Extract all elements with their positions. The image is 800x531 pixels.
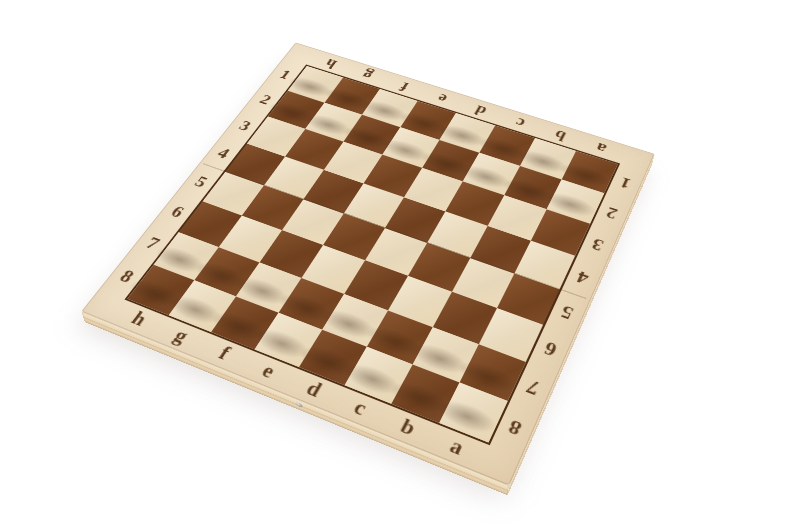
piece-black-pawn-b2[interactable]: ♟ — [515, 145, 550, 194]
product-photo-scene: ♜♞♝♚♛♝♞♜♟♟♟♟♟♟♟♟♟♟♟♟♟♟♟♟♜♞♝♚♛♝♞♜ hgfedcb… — [0, 0, 800, 531]
piece-black-pawn-g2[interactable]: ♟ — [316, 82, 349, 128]
piece-black-pawn-f2[interactable]: ♟ — [354, 94, 387, 141]
piece-black-pawn-c2[interactable]: ♟ — [473, 132, 507, 180]
piece-white-bishop-c8[interactable]: ♝ — [352, 296, 403, 383]
chess-board: ♜♞♝♚♛♝♞♜♟♟♟♟♟♟♟♟♟♟♟♟♟♟♟♟♜♞♝♚♛♝♞♜ hgfedcb… — [81, 43, 654, 486]
piece-white-rook-h8[interactable]: ♜ — [139, 234, 181, 297]
piece-white-knight-b8[interactable]: ♞ — [399, 322, 450, 401]
piece-black-pawn-h2[interactable]: ♟ — [279, 70, 312, 116]
piece-black-pawn-e2[interactable]: ♟ — [393, 107, 427, 154]
piece-white-rook-a8[interactable]: ♜ — [450, 352, 495, 420]
piece-black-pawn-a2[interactable]: ♟ — [557, 159, 592, 208]
board-top-face: ♜♞♝♚♛♝♞♜♟♟♟♟♟♟♟♟♟♟♟♟♟♟♟♟♜♞♝♚♛♝♞♜ hgfedcb… — [81, 43, 654, 486]
piece-black-pawn-d2[interactable]: ♟ — [433, 119, 467, 167]
hinge-screw-icon — [296, 402, 302, 408]
